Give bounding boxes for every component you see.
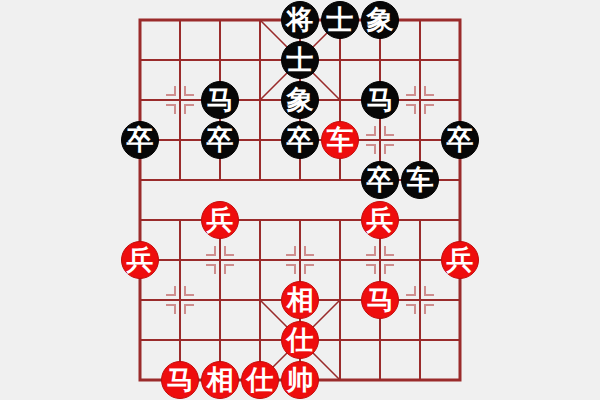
intersection[interactable] [320,200,360,240]
piece-black-advisor[interactable]: 士 [281,41,319,79]
piece-black-soldier[interactable]: 卒 [201,121,239,159]
intersection[interactable] [320,40,360,80]
piece-red-soldier[interactable]: 兵 [441,241,479,279]
intersection[interactable] [200,240,240,280]
piece-red-soldier[interactable]: 兵 [361,201,399,239]
intersection[interactable] [440,320,480,360]
intersection[interactable] [240,80,280,120]
intersection[interactable] [240,280,280,320]
intersection[interactable] [200,320,240,360]
intersection[interactable]: 兵 [440,240,480,280]
intersection[interactable] [440,80,480,120]
intersection[interactable] [240,320,280,360]
intersection[interactable]: 相 [280,280,320,320]
intersection[interactable] [240,0,280,40]
intersection[interactable] [400,240,440,280]
intersection[interactable] [400,120,440,160]
piece-black-chariot[interactable]: 车 [401,161,439,199]
intersection[interactable] [160,240,200,280]
intersection[interactable] [400,80,440,120]
intersection[interactable] [160,120,200,160]
intersection[interactable] [120,320,160,360]
intersection[interactable] [320,280,360,320]
intersection[interactable]: 将 [280,0,320,40]
piece-black-general[interactable]: 将 [281,1,319,39]
intersection[interactable]: 车 [320,120,360,160]
intersection[interactable]: 车 [400,160,440,200]
intersection[interactable]: 卒 [200,120,240,160]
intersection[interactable] [120,360,160,400]
piece-red-horse[interactable]: 马 [361,281,399,319]
intersection[interactable] [120,280,160,320]
piece-red-elephant[interactable]: 相 [281,281,319,319]
intersection[interactable]: 象 [360,0,400,40]
intersection[interactable]: 兵 [200,200,240,240]
intersection[interactable] [320,320,360,360]
piece-red-soldier[interactable]: 兵 [121,241,159,279]
intersection[interactable] [280,160,320,200]
intersection[interactable] [120,0,160,40]
intersection[interactable] [400,40,440,80]
intersection[interactable]: 士 [320,0,360,40]
piece-black-horse[interactable]: 马 [201,81,239,119]
piece-red-advisor[interactable]: 仕 [241,361,279,399]
intersection[interactable]: 马 [360,280,400,320]
intersection[interactable] [160,280,200,320]
intersection[interactable]: 卒 [360,160,400,200]
intersection[interactable]: 象 [280,80,320,120]
piece-black-soldier[interactable]: 卒 [121,121,159,159]
intersection[interactable] [400,320,440,360]
intersection[interactable] [240,120,280,160]
intersection[interactable] [440,280,480,320]
intersection[interactable] [320,160,360,200]
intersection[interactable] [160,80,200,120]
piece-red-advisor[interactable]: 仕 [281,321,319,359]
piece-red-chariot[interactable]: 车 [321,121,359,159]
piece-black-soldier[interactable]: 卒 [441,121,479,159]
intersection[interactable] [120,160,160,200]
intersection[interactable] [120,40,160,80]
intersection[interactable] [360,240,400,280]
intersection[interactable] [400,360,440,400]
piece-red-soldier[interactable]: 兵 [201,201,239,239]
intersection[interactable]: 相 [200,360,240,400]
intersection[interactable] [200,40,240,80]
intersection[interactable] [440,360,480,400]
intersection[interactable] [440,0,480,40]
intersection[interactable]: 兵 [120,240,160,280]
piece-black-elephant[interactable]: 象 [361,1,399,39]
piece-red-elephant[interactable]: 相 [201,361,239,399]
intersection[interactable] [280,200,320,240]
intersection[interactable] [120,80,160,120]
intersection[interactable] [200,0,240,40]
intersection[interactable] [160,320,200,360]
intersection[interactable]: 士 [280,40,320,80]
intersection[interactable] [360,40,400,80]
intersection[interactable] [160,0,200,40]
piece-black-advisor[interactable]: 士 [321,1,359,39]
intersection[interactable]: 卒 [440,120,480,160]
intersection[interactable]: 兵 [360,200,400,240]
intersection[interactable] [240,240,280,280]
intersection[interactable] [160,40,200,80]
intersection[interactable] [320,240,360,280]
intersection[interactable]: 仕 [240,360,280,400]
piece-red-horse[interactable]: 马 [161,361,199,399]
intersection[interactable] [240,40,280,80]
intersection[interactable] [400,200,440,240]
intersection[interactable] [120,200,160,240]
intersection[interactable] [440,40,480,80]
xiangqi-board: 将士象士马象马卒卒卒车卒卒车兵兵兵兵相马仕马相仕帅 [120,0,480,400]
intersection[interactable] [320,80,360,120]
intersection[interactable]: 帅 [280,360,320,400]
intersection[interactable] [160,160,200,200]
intersection[interactable] [360,320,400,360]
intersection[interactable]: 卒 [120,120,160,160]
intersection[interactable] [200,160,240,200]
intersection[interactable]: 马 [360,80,400,120]
xiangqi-app: 将士象士马象马卒卒卒车卒卒车兵兵兵兵相马仕马相仕帅 [0,0,600,400]
piece-black-elephant[interactable]: 象 [281,81,319,119]
piece-black-soldier[interactable]: 卒 [361,161,399,199]
intersection[interactable] [200,280,240,320]
piece-black-soldier[interactable]: 卒 [281,121,319,159]
intersection[interactable] [280,240,320,280]
intersection[interactable] [320,360,360,400]
intersection[interactable] [440,200,480,240]
intersection[interactable] [360,360,400,400]
intersection[interactable] [440,160,480,200]
intersection[interactable]: 马 [200,80,240,120]
intersection[interactable] [360,120,400,160]
intersection[interactable]: 卒 [280,120,320,160]
intersection[interactable] [240,200,280,240]
piece-black-horse[interactable]: 马 [361,81,399,119]
piece-red-general[interactable]: 帅 [281,361,319,399]
intersection[interactable] [160,200,200,240]
intersection[interactable] [400,280,440,320]
intersection[interactable] [240,160,280,200]
intersection[interactable] [400,0,440,40]
intersection[interactable]: 马 [160,360,200,400]
intersection[interactable]: 仕 [280,320,320,360]
